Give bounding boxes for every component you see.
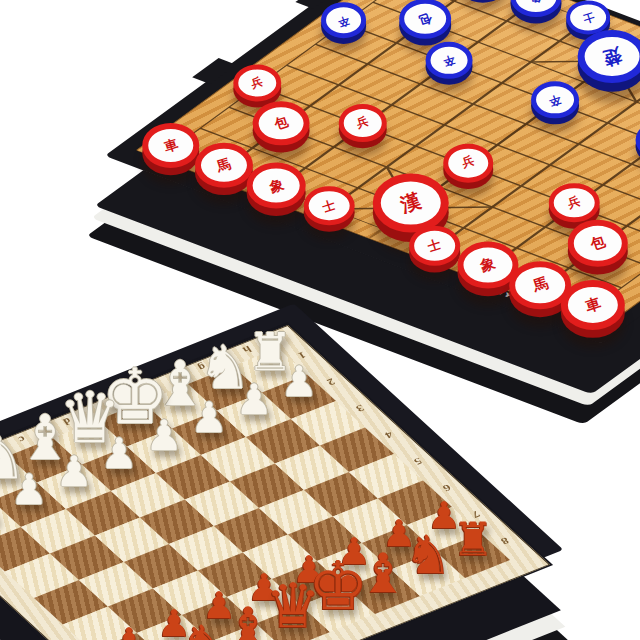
product-photo-stage: ▦MYUNG 車馬象士士楚包卒卒卒卒車馬象士士象馬車漢包包兵兵兵兵兵 abcde… <box>0 0 640 640</box>
